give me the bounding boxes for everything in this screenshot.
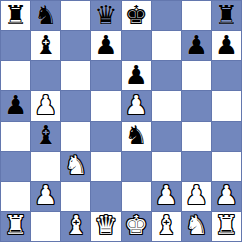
square-e3[interactable]: [122, 152, 151, 181]
black-rook-piece[interactable]: ♜: [215, 2, 238, 28]
white-pawn-piece[interactable]: ♟: [124, 92, 147, 118]
square-a8[interactable]: ♜: [1, 1, 30, 30]
square-h1[interactable]: ♜: [212, 212, 241, 241]
square-g2[interactable]: ♟: [182, 182, 211, 211]
square-d7[interactable]: ♟: [91, 31, 120, 60]
square-d2[interactable]: [91, 182, 120, 211]
black-knight-piece[interactable]: ♞: [34, 2, 57, 28]
square-a3[interactable]: [1, 152, 30, 181]
square-h5[interactable]: [212, 91, 241, 120]
white-rook-piece[interactable]: ♜: [215, 212, 238, 238]
square-a1[interactable]: ♜: [1, 212, 30, 241]
square-c4[interactable]: [61, 122, 90, 151]
black-rook-piece[interactable]: ♜: [4, 2, 27, 28]
square-e1[interactable]: ♚: [122, 212, 151, 241]
black-pawn-piece[interactable]: ♟: [4, 92, 27, 118]
square-g1[interactable]: ♞: [182, 212, 211, 241]
square-d3[interactable]: [91, 152, 120, 181]
square-c1[interactable]: ♝: [61, 212, 90, 241]
square-b4[interactable]: ♝: [31, 122, 60, 151]
square-b2[interactable]: ♟: [31, 182, 60, 211]
black-pawn-piece[interactable]: ♟: [94, 32, 117, 58]
square-h8[interactable]: ♜: [212, 1, 241, 30]
black-knight-piece[interactable]: ♞: [124, 122, 147, 148]
white-knight-piece[interactable]: ♞: [64, 152, 87, 178]
black-king-piece[interactable]: ♚: [124, 2, 147, 28]
white-knight-piece[interactable]: ♞: [185, 212, 208, 238]
square-a5[interactable]: ♟: [1, 91, 30, 120]
white-bishop-piece[interactable]: ♝: [155, 212, 178, 238]
square-c5[interactable]: [61, 91, 90, 120]
square-d1[interactable]: ♛: [91, 212, 120, 241]
white-queen-piece[interactable]: ♛: [94, 212, 117, 238]
white-pawn-piece[interactable]: ♟: [185, 182, 208, 208]
square-e7[interactable]: [122, 31, 151, 60]
white-king-piece[interactable]: ♚: [124, 212, 147, 238]
square-d8[interactable]: ♛: [91, 1, 120, 30]
square-h6[interactable]: [212, 61, 241, 90]
square-f8[interactable]: [152, 1, 181, 30]
square-c7[interactable]: [61, 31, 90, 60]
square-g6[interactable]: [182, 61, 211, 90]
square-a7[interactable]: [1, 31, 30, 60]
square-d6[interactable]: [91, 61, 120, 90]
square-g8[interactable]: [182, 1, 211, 30]
square-e5[interactable]: ♟: [122, 91, 151, 120]
black-pawn-piece[interactable]: ♟: [215, 32, 238, 58]
square-c2[interactable]: [61, 182, 90, 211]
square-b7[interactable]: ♝: [31, 31, 60, 60]
square-a4[interactable]: [1, 122, 30, 151]
white-pawn-piece[interactable]: ♟: [34, 92, 57, 118]
square-c6[interactable]: [61, 61, 90, 90]
white-pawn-piece[interactable]: ♟: [34, 182, 57, 208]
square-e6[interactable]: ♟: [122, 61, 151, 90]
black-bishop-piece[interactable]: ♝: [34, 32, 57, 58]
black-queen-piece[interactable]: ♛: [94, 2, 117, 28]
white-pawn-piece[interactable]: ♟: [155, 182, 178, 208]
square-d5[interactable]: [91, 91, 120, 120]
square-d4[interactable]: [91, 122, 120, 151]
square-h7[interactable]: ♟: [212, 31, 241, 60]
square-a6[interactable]: [1, 61, 30, 90]
square-a2[interactable]: [1, 182, 30, 211]
square-h3[interactable]: [212, 152, 241, 181]
square-f2[interactable]: ♟: [152, 182, 181, 211]
white-bishop-piece[interactable]: ♝: [64, 212, 87, 238]
square-f1[interactable]: ♝: [152, 212, 181, 241]
square-h2[interactable]: ♟: [212, 182, 241, 211]
black-pawn-piece[interactable]: ♟: [124, 62, 147, 88]
square-g7[interactable]: ♟: [182, 31, 211, 60]
square-e4[interactable]: ♞: [122, 122, 151, 151]
square-b1[interactable]: [31, 212, 60, 241]
square-b3[interactable]: [31, 152, 60, 181]
square-c8[interactable]: [61, 1, 90, 30]
square-f4[interactable]: [152, 122, 181, 151]
square-f6[interactable]: [152, 61, 181, 90]
square-h4[interactable]: [212, 122, 241, 151]
square-c3[interactable]: ♞: [61, 152, 90, 181]
square-g4[interactable]: [182, 122, 211, 151]
square-e8[interactable]: ♚: [122, 1, 151, 30]
square-g5[interactable]: [182, 91, 211, 120]
square-b8[interactable]: ♞: [31, 1, 60, 30]
square-e2[interactable]: [122, 182, 151, 211]
square-g3[interactable]: [182, 152, 211, 181]
white-pawn-piece[interactable]: ♟: [215, 182, 238, 208]
square-f7[interactable]: [152, 31, 181, 60]
white-rook-piece[interactable]: ♜: [4, 212, 27, 238]
square-b5[interactable]: ♟: [31, 91, 60, 120]
black-bishop-piece[interactable]: ♝: [34, 122, 57, 148]
square-f3[interactable]: [152, 152, 181, 181]
black-pawn-piece[interactable]: ♟: [185, 32, 208, 58]
chess-board: ♜♞♛♚♜♝♟♟♟♟♟♟♟♝♞♞♟♟♟♟♜♝♛♚♝♞♜: [0, 0, 242, 242]
square-f5[interactable]: [152, 91, 181, 120]
square-b6[interactable]: [31, 61, 60, 90]
